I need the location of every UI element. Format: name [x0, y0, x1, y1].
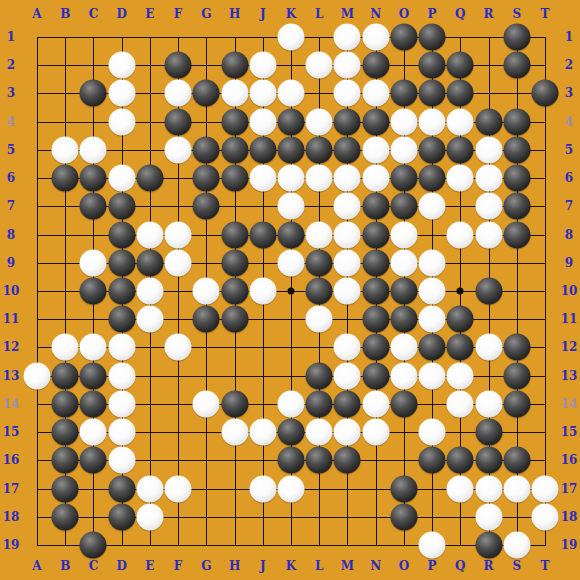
black-stone-C3 — [80, 80, 107, 107]
white-stone-F12 — [165, 334, 192, 361]
column-label-bottom: C — [89, 559, 99, 573]
row-label-right: 12 — [561, 340, 578, 354]
white-stone-P9 — [419, 249, 446, 276]
white-stone-R8 — [475, 221, 502, 248]
white-stone-F9 — [165, 249, 192, 276]
black-stone-K8 — [278, 221, 305, 248]
column-label-top: F — [174, 7, 183, 21]
black-stone-F2 — [165, 52, 192, 79]
column-label-bottom: M — [341, 559, 354, 573]
white-stone-P4 — [419, 108, 446, 135]
row-label-left: 14 — [3, 397, 20, 411]
black-stone-M16 — [334, 447, 361, 474]
black-stone-B13 — [52, 362, 79, 389]
white-stone-L15 — [306, 419, 333, 446]
column-label-top: J — [260, 7, 266, 21]
black-stone-S7 — [503, 193, 530, 220]
black-stone-N13 — [362, 362, 389, 389]
column-label-bottom: N — [370, 559, 381, 573]
white-stone-N15 — [362, 419, 389, 446]
black-stone-O7 — [390, 193, 417, 220]
black-stone-P3 — [419, 80, 446, 107]
black-stone-K15 — [278, 419, 305, 446]
black-stone-R19 — [475, 532, 502, 559]
white-stone-B12 — [52, 334, 79, 361]
white-stone-K7 — [278, 193, 305, 220]
black-stone-N10 — [362, 278, 389, 305]
black-stone-K16 — [278, 447, 305, 474]
row-label-left: 3 — [7, 86, 15, 100]
black-stone-Q2 — [447, 52, 474, 79]
black-stone-H8 — [221, 221, 248, 248]
black-stone-S4 — [503, 108, 530, 135]
column-label-bottom: D — [116, 559, 126, 573]
black-stone-S16 — [503, 447, 530, 474]
white-stone-Q4 — [447, 108, 474, 135]
black-stone-G6 — [193, 165, 220, 192]
white-stone-J6 — [249, 165, 276, 192]
black-stone-S6 — [503, 165, 530, 192]
white-stone-S19 — [503, 532, 530, 559]
black-stone-Q12 — [447, 334, 474, 361]
row-label-left: 18 — [3, 510, 20, 524]
column-label-top: R — [484, 7, 494, 21]
black-stone-O14 — [390, 390, 417, 417]
black-stone-B14 — [52, 390, 79, 417]
column-label-bottom: O — [399, 559, 409, 573]
white-stone-R17 — [475, 475, 502, 502]
white-stone-P19 — [419, 532, 446, 559]
black-stone-Q16 — [447, 447, 474, 474]
black-stone-P1 — [419, 24, 446, 51]
black-stone-P6 — [419, 165, 446, 192]
white-stone-F3 — [165, 80, 192, 107]
white-stone-F17 — [165, 475, 192, 502]
black-stone-E6 — [136, 165, 163, 192]
white-stone-D12 — [108, 334, 135, 361]
black-stone-P16 — [419, 447, 446, 474]
black-stone-S8 — [503, 221, 530, 248]
white-stone-K3 — [278, 80, 305, 107]
white-stone-M6 — [334, 165, 361, 192]
column-label-bottom: S — [512, 559, 521, 573]
black-stone-O18 — [390, 503, 417, 530]
black-stone-B18 — [52, 503, 79, 530]
black-stone-H10 — [221, 278, 248, 305]
black-stone-C6 — [80, 165, 107, 192]
black-stone-D17 — [108, 475, 135, 502]
white-stone-N6 — [362, 165, 389, 192]
white-stone-K9 — [278, 249, 305, 276]
white-stone-C5 — [80, 136, 107, 163]
black-stone-H14 — [221, 390, 248, 417]
column-label-bottom: Q — [455, 559, 465, 573]
column-label-bottom: K — [286, 559, 296, 573]
white-stone-T17 — [532, 475, 559, 502]
black-stone-D8 — [108, 221, 135, 248]
black-stone-K4 — [278, 108, 305, 135]
black-stone-G11 — [193, 306, 220, 333]
star-point — [288, 288, 295, 295]
black-stone-L9 — [306, 249, 333, 276]
white-stone-C15 — [80, 419, 107, 446]
black-stone-C10 — [80, 278, 107, 305]
column-label-top: P — [428, 7, 437, 21]
column-label-top: L — [315, 7, 323, 21]
black-stone-B6 — [52, 165, 79, 192]
black-stone-N12 — [362, 334, 389, 361]
column-label-top: H — [229, 7, 240, 21]
black-stone-H2 — [221, 52, 248, 79]
white-stone-J10 — [249, 278, 276, 305]
white-stone-R7 — [475, 193, 502, 220]
black-stone-O3 — [390, 80, 417, 107]
white-stone-H15 — [221, 419, 248, 446]
black-stone-N2 — [362, 52, 389, 79]
white-stone-R6 — [475, 165, 502, 192]
black-stone-S13 — [503, 362, 530, 389]
black-stone-T3 — [532, 80, 559, 107]
white-stone-M8 — [334, 221, 361, 248]
column-label-bottom: F — [174, 559, 183, 573]
black-stone-N8 — [362, 221, 389, 248]
white-stone-O9 — [390, 249, 417, 276]
white-stone-P7 — [419, 193, 446, 220]
white-stone-Q8 — [447, 221, 474, 248]
black-stone-Q3 — [447, 80, 474, 107]
black-stone-S1 — [503, 24, 530, 51]
white-stone-M13 — [334, 362, 361, 389]
white-stone-D16 — [108, 447, 135, 474]
white-stone-G10 — [193, 278, 220, 305]
white-stone-P11 — [419, 306, 446, 333]
column-label-top: N — [370, 7, 381, 21]
black-stone-H4 — [221, 108, 248, 135]
black-stone-C13 — [80, 362, 107, 389]
white-stone-D13 — [108, 362, 135, 389]
column-label-top: E — [145, 7, 154, 21]
row-label-right: 13 — [561, 369, 578, 383]
white-stone-N1 — [362, 24, 389, 51]
row-label-left: 9 — [7, 256, 15, 270]
white-stone-H3 — [221, 80, 248, 107]
white-stone-L2 — [306, 52, 333, 79]
white-stone-K14 — [278, 390, 305, 417]
black-stone-N7 — [362, 193, 389, 220]
white-stone-L6 — [306, 165, 333, 192]
row-label-right: 5 — [565, 143, 573, 157]
white-stone-J4 — [249, 108, 276, 135]
row-label-left: 12 — [3, 340, 20, 354]
column-label-top: A — [32, 7, 41, 21]
row-label-right: 8 — [565, 228, 573, 242]
column-label-bottom: P — [428, 559, 437, 573]
black-stone-B15 — [52, 419, 79, 446]
row-label-left: 16 — [3, 453, 20, 467]
column-label-top: M — [341, 7, 354, 21]
white-stone-D2 — [108, 52, 135, 79]
black-stone-Q5 — [447, 136, 474, 163]
column-label-top: G — [201, 7, 211, 21]
black-stone-C14 — [80, 390, 107, 417]
white-stone-O12 — [390, 334, 417, 361]
black-stone-M14 — [334, 390, 361, 417]
black-stone-J5 — [249, 136, 276, 163]
black-stone-C19 — [80, 532, 107, 559]
row-label-right: 2 — [565, 58, 573, 72]
column-label-bottom: T — [541, 559, 550, 573]
row-label-left: 6 — [7, 171, 15, 185]
black-stone-S5 — [503, 136, 530, 163]
white-stone-D6 — [108, 165, 135, 192]
white-stone-S17 — [503, 475, 530, 502]
row-label-right: 18 — [561, 510, 578, 524]
row-label-right: 17 — [561, 482, 578, 496]
white-stone-R12 — [475, 334, 502, 361]
row-label-left: 15 — [3, 425, 20, 439]
row-label-right: 3 — [565, 86, 573, 100]
row-label-left: 13 — [3, 369, 20, 383]
black-stone-J8 — [249, 221, 276, 248]
white-stone-G14 — [193, 390, 220, 417]
black-stone-R16 — [475, 447, 502, 474]
white-stone-D14 — [108, 390, 135, 417]
black-stone-M5 — [334, 136, 361, 163]
black-stone-L13 — [306, 362, 333, 389]
white-stone-J2 — [249, 52, 276, 79]
black-stone-L10 — [306, 278, 333, 305]
white-stone-M1 — [334, 24, 361, 51]
white-stone-M3 — [334, 80, 361, 107]
column-label-bottom: J — [260, 559, 266, 573]
white-stone-M10 — [334, 278, 361, 305]
row-label-left: 5 — [7, 143, 15, 157]
row-label-left: 17 — [3, 482, 20, 496]
black-stone-O6 — [390, 165, 417, 192]
black-stone-H9 — [221, 249, 248, 276]
white-stone-F5 — [165, 136, 192, 163]
white-stone-O8 — [390, 221, 417, 248]
row-label-right: 6 — [565, 171, 573, 185]
black-stone-S14 — [503, 390, 530, 417]
black-stone-S2 — [503, 52, 530, 79]
black-stone-G5 — [193, 136, 220, 163]
black-stone-R4 — [475, 108, 502, 135]
row-label-right: 4 — [565, 115, 573, 129]
white-stone-R18 — [475, 503, 502, 530]
white-stone-E8 — [136, 221, 163, 248]
row-label-left: 7 — [7, 199, 15, 213]
black-stone-F4 — [165, 108, 192, 135]
row-label-right: 9 — [565, 256, 573, 270]
row-label-right: 10 — [561, 284, 578, 298]
black-stone-L5 — [306, 136, 333, 163]
black-stone-O17 — [390, 475, 417, 502]
column-label-bottom: B — [60, 559, 70, 573]
black-stone-B17 — [52, 475, 79, 502]
row-label-right: 14 — [561, 397, 578, 411]
black-stone-R15 — [475, 419, 502, 446]
white-stone-D4 — [108, 108, 135, 135]
white-stone-K1 — [278, 24, 305, 51]
black-stone-Q11 — [447, 306, 474, 333]
black-stone-E9 — [136, 249, 163, 276]
black-stone-N9 — [362, 249, 389, 276]
black-stone-H6 — [221, 165, 248, 192]
grid-line-horizontal — [37, 545, 546, 546]
black-stone-N11 — [362, 306, 389, 333]
white-stone-J15 — [249, 419, 276, 446]
row-label-right: 1 — [565, 30, 573, 44]
row-label-right: 19 — [561, 538, 578, 552]
white-stone-Q17 — [447, 475, 474, 502]
black-stone-D11 — [108, 306, 135, 333]
column-label-top: S — [512, 7, 521, 21]
white-stone-L8 — [306, 221, 333, 248]
white-stone-P10 — [419, 278, 446, 305]
column-label-top: C — [89, 7, 99, 21]
white-stone-N5 — [362, 136, 389, 163]
column-label-top: B — [60, 7, 70, 21]
row-label-left: 10 — [3, 284, 20, 298]
white-stone-D15 — [108, 419, 135, 446]
white-stone-P13 — [419, 362, 446, 389]
black-stone-N4 — [362, 108, 389, 135]
black-stone-P5 — [419, 136, 446, 163]
white-stone-J17 — [249, 475, 276, 502]
white-stone-E17 — [136, 475, 163, 502]
white-stone-M12 — [334, 334, 361, 361]
black-stone-D18 — [108, 503, 135, 530]
white-stone-T18 — [532, 503, 559, 530]
white-stone-M2 — [334, 52, 361, 79]
black-stone-G3 — [193, 80, 220, 107]
column-label-bottom: E — [145, 559, 154, 573]
column-label-top: O — [399, 7, 409, 21]
white-stone-P15 — [419, 419, 446, 446]
column-label-bottom: G — [201, 559, 211, 573]
white-stone-J3 — [249, 80, 276, 107]
black-stone-K5 — [278, 136, 305, 163]
black-stone-M4 — [334, 108, 361, 135]
go-board[interactable]: AABBCCDDEEFFGGHHJJKKLLMMNNOOPPQQRRSSTT11… — [0, 0, 580, 580]
white-stone-C12 — [80, 334, 107, 361]
white-stone-E10 — [136, 278, 163, 305]
black-stone-H11 — [221, 306, 248, 333]
row-label-left: 2 — [7, 58, 15, 72]
row-label-left: 11 — [3, 312, 20, 326]
column-label-bottom: L — [315, 559, 323, 573]
column-label-top: T — [541, 7, 550, 21]
column-label-bottom: H — [229, 559, 240, 573]
black-stone-D7 — [108, 193, 135, 220]
black-stone-D9 — [108, 249, 135, 276]
white-stone-L11 — [306, 306, 333, 333]
row-label-left: 19 — [3, 538, 20, 552]
column-label-top: D — [116, 7, 126, 21]
white-stone-O4 — [390, 108, 417, 135]
row-label-right: 16 — [561, 453, 578, 467]
grid-line-vertical — [545, 37, 546, 546]
white-stone-O13 — [390, 362, 417, 389]
white-stone-E11 — [136, 306, 163, 333]
black-stone-L16 — [306, 447, 333, 474]
white-stone-E18 — [136, 503, 163, 530]
row-label-left: 4 — [7, 115, 15, 129]
white-stone-L4 — [306, 108, 333, 135]
black-stone-O1 — [390, 24, 417, 51]
black-stone-P12 — [419, 334, 446, 361]
black-stone-C16 — [80, 447, 107, 474]
white-stone-R5 — [475, 136, 502, 163]
star-point — [457, 288, 464, 295]
white-stone-F8 — [165, 221, 192, 248]
row-label-left: 8 — [7, 228, 15, 242]
white-stone-R14 — [475, 390, 502, 417]
column-label-top: K — [286, 7, 296, 21]
row-label-right: 15 — [561, 425, 578, 439]
white-stone-B5 — [52, 136, 79, 163]
row-label-right: 7 — [565, 199, 573, 213]
white-stone-Q6 — [447, 165, 474, 192]
white-stone-K17 — [278, 475, 305, 502]
white-stone-M15 — [334, 419, 361, 446]
column-label-bottom: R — [484, 559, 494, 573]
black-stone-O11 — [390, 306, 417, 333]
white-stone-N3 — [362, 80, 389, 107]
column-label-top: Q — [455, 7, 465, 21]
black-stone-C7 — [80, 193, 107, 220]
row-label-right: 11 — [561, 312, 578, 326]
white-stone-N14 — [362, 390, 389, 417]
white-stone-K6 — [278, 165, 305, 192]
black-stone-G7 — [193, 193, 220, 220]
black-stone-B16 — [52, 447, 79, 474]
black-stone-P2 — [419, 52, 446, 79]
row-label-left: 1 — [7, 30, 15, 44]
white-stone-Q14 — [447, 390, 474, 417]
white-stone-D3 — [108, 80, 135, 107]
white-stone-Q13 — [447, 362, 474, 389]
black-stone-L14 — [306, 390, 333, 417]
white-stone-M9 — [334, 249, 361, 276]
white-stone-A13 — [24, 362, 51, 389]
black-stone-R10 — [475, 278, 502, 305]
white-stone-C9 — [80, 249, 107, 276]
black-stone-O10 — [390, 278, 417, 305]
black-stone-H5 — [221, 136, 248, 163]
white-stone-M7 — [334, 193, 361, 220]
column-label-bottom: A — [32, 559, 41, 573]
white-stone-O5 — [390, 136, 417, 163]
black-stone-S12 — [503, 334, 530, 361]
black-stone-D10 — [108, 278, 135, 305]
